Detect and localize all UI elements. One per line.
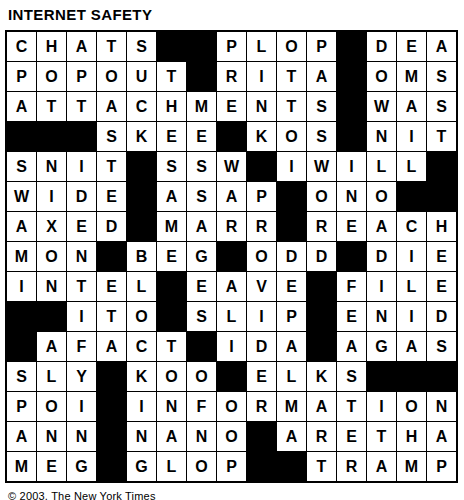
letter-cell-r2c10[interactable]: T	[277, 62, 306, 91]
letter-cell-r7c14[interactable]: C	[397, 212, 426, 241]
letter-cell-r1c10[interactable]: O	[277, 32, 306, 61]
letter-cell-r6c9[interactable]: P	[247, 182, 276, 211]
letter-cell-r8c6[interactable]: E	[157, 242, 186, 271]
block-cell-r6c14	[397, 182, 426, 211]
letter-cell-r2c5[interactable]: U	[127, 62, 156, 91]
letter-cell-r2c9[interactable]: I	[247, 62, 276, 91]
letter-cell-r1c3[interactable]: A	[67, 32, 96, 61]
letter-cell-r12c6[interactable]: O	[157, 362, 186, 391]
block-cell-r10c11	[307, 302, 336, 331]
crossword-page: INTERNET SAFETY CHATSPLOPDEAPOPOUTRITAOM…	[0, 0, 464, 500]
letter-cell-r4c4[interactable]: S	[97, 122, 126, 151]
letter-cell-r3c2[interactable]: T	[37, 92, 66, 121]
letter-cell-r15c11[interactable]: T	[307, 452, 336, 481]
letter-cell-r3c5[interactable]: C	[127, 92, 156, 121]
letter-cell-r5c7[interactable]: S	[187, 152, 216, 181]
letter-cell-r6c2[interactable]: I	[37, 182, 66, 211]
letter-cell-r2c13[interactable]: O	[367, 62, 396, 91]
letter-cell-r11c4[interactable]: A	[97, 332, 126, 361]
letter-cell-r15c7[interactable]: O	[187, 452, 216, 481]
crossword-grid: CHATSPLOPDEAPOPOUTRITAOMSATTACHMENTSWASS…	[5, 30, 458, 483]
block-cell-r2c7	[187, 62, 216, 91]
letter-cell-r11c6[interactable]: T	[157, 332, 186, 361]
letter-cell-r6c13[interactable]: O	[367, 182, 396, 211]
block-cell-r13c4	[97, 392, 126, 421]
block-cell-r15c9	[247, 452, 276, 481]
letter-cell-r12c9[interactable]: E	[247, 362, 276, 391]
letter-cell-r6c12[interactable]: N	[337, 182, 366, 211]
letter-cell-r3c6[interactable]: H	[157, 92, 186, 121]
block-cell-r6c15	[427, 182, 456, 211]
letter-cell-r11c9[interactable]: D	[247, 332, 276, 361]
letter-cell-r5c3[interactable]: I	[67, 152, 96, 181]
letter-cell-r3c10[interactable]: T	[277, 92, 306, 121]
block-cell-r8c8	[217, 242, 246, 271]
letter-cell-r14c11[interactable]: R	[307, 422, 336, 451]
letter-cell-r9c8[interactable]: A	[217, 272, 246, 301]
letter-cell-r13c11[interactable]: A	[307, 392, 336, 421]
letter-cell-r10c10[interactable]: P	[277, 302, 306, 331]
letter-cell-r7c7[interactable]: A	[187, 212, 216, 241]
block-cell-r4c2	[37, 122, 66, 151]
letter-cell-r14c10[interactable]: A	[277, 422, 306, 451]
block-cell-r11c11	[307, 332, 336, 361]
letter-cell-r11c14[interactable]: A	[397, 332, 426, 361]
letter-cell-r14c2[interactable]: N	[37, 422, 66, 451]
letter-cell-r2c2[interactable]: O	[37, 62, 66, 91]
letter-cell-r8c13[interactable]: D	[367, 242, 396, 271]
letter-cell-r9c15[interactable]: E	[427, 272, 456, 301]
letter-cell-r9c10[interactable]: E	[277, 272, 306, 301]
block-cell-r1c12	[337, 32, 366, 61]
letter-cell-r12c1[interactable]: S	[7, 362, 36, 391]
letter-cell-r13c9[interactable]: R	[247, 392, 276, 421]
letter-cell-r7c1[interactable]: A	[7, 212, 36, 241]
block-cell-r1c6	[157, 32, 186, 61]
block-cell-r9c11	[307, 272, 336, 301]
block-cell-r8c12	[337, 242, 366, 271]
letter-cell-r1c2[interactable]: H	[37, 32, 66, 61]
block-cell-r4c8	[217, 122, 246, 151]
block-cell-r12c15	[427, 362, 456, 391]
letter-cell-r4c11[interactable]: S	[307, 122, 336, 151]
puzzle-title: INTERNET SAFETY	[8, 6, 464, 24]
block-cell-r11c1	[7, 332, 36, 361]
letter-cell-r10c15[interactable]: D	[427, 302, 456, 331]
letter-cell-r7c6[interactable]: M	[157, 212, 186, 241]
letter-cell-r11c10[interactable]: A	[277, 332, 306, 361]
block-cell-r5c9	[247, 152, 276, 181]
block-cell-r12c4	[97, 362, 126, 391]
letter-cell-r7c4[interactable]: D	[97, 212, 126, 241]
letter-cell-r6c8[interactable]: A	[217, 182, 246, 211]
letter-cell-r13c1[interactable]: P	[7, 392, 36, 421]
letter-cell-r5c4[interactable]: T	[97, 152, 126, 181]
letter-cell-r12c11[interactable]: K	[307, 362, 336, 391]
letter-cell-r3c14[interactable]: A	[397, 92, 426, 121]
letter-cell-r15c2[interactable]: E	[37, 452, 66, 481]
letter-cell-r1c1[interactable]: C	[7, 32, 36, 61]
letter-cell-r13c12[interactable]: T	[337, 392, 366, 421]
letter-cell-r8c15[interactable]: E	[427, 242, 456, 271]
letter-cell-r13c15[interactable]: N	[427, 392, 456, 421]
letter-cell-r14c3[interactable]: N	[67, 422, 96, 451]
letter-cell-r2c1[interactable]: P	[7, 62, 36, 91]
block-cell-r12c8	[217, 362, 246, 391]
letter-cell-r9c14[interactable]: L	[397, 272, 426, 301]
block-cell-r15c4	[97, 452, 126, 481]
letter-cell-r12c2[interactable]: L	[37, 362, 66, 391]
letter-cell-r8c10[interactable]: D	[277, 242, 306, 271]
letter-cell-r7c11[interactable]: R	[307, 212, 336, 241]
letter-cell-r7c9[interactable]: R	[247, 212, 276, 241]
letter-cell-r10c5[interactable]: O	[127, 302, 156, 331]
letter-cell-r7c8[interactable]: R	[217, 212, 246, 241]
block-cell-r12c14	[397, 362, 426, 391]
letter-cell-r9c4[interactable]: E	[97, 272, 126, 301]
letter-cell-r5c10[interactable]: I	[277, 152, 306, 181]
letter-cell-r11c3[interactable]: F	[67, 332, 96, 361]
block-cell-r6c10	[277, 182, 306, 211]
block-cell-r14c9	[247, 422, 276, 451]
letter-cell-r10c8[interactable]: L	[217, 302, 246, 331]
letter-cell-r10c12[interactable]: E	[337, 302, 366, 331]
letter-cell-r4c6[interactable]: E	[157, 122, 186, 151]
letter-cell-r1c14[interactable]: E	[397, 32, 426, 61]
letter-cell-r11c13[interactable]: G	[367, 332, 396, 361]
letter-cell-r7c2[interactable]: X	[37, 212, 66, 241]
letter-cell-r4c14[interactable]: I	[397, 122, 426, 151]
letter-cell-r5c8[interactable]: W	[217, 152, 246, 181]
letter-cell-r3c13[interactable]: W	[367, 92, 396, 121]
letter-cell-r10c13[interactable]: N	[367, 302, 396, 331]
letter-cell-r11c8[interactable]: I	[217, 332, 246, 361]
block-cell-r5c15	[427, 152, 456, 181]
letter-cell-r9c13[interactable]: I	[367, 272, 396, 301]
letter-cell-r2c14[interactable]: M	[397, 62, 426, 91]
letter-cell-r8c1[interactable]: M	[7, 242, 36, 271]
copyright-text: © 2003, The New York Times	[8, 490, 464, 500]
letter-cell-r15c13[interactable]: A	[367, 452, 396, 481]
block-cell-r10c6	[157, 302, 186, 331]
letter-cell-r9c2[interactable]: N	[37, 272, 66, 301]
letter-cell-r8c14[interactable]: I	[397, 242, 426, 271]
letter-cell-r2c8[interactable]: R	[217, 62, 246, 91]
block-cell-r4c3	[67, 122, 96, 151]
letter-cell-r7c12[interactable]: E	[337, 212, 366, 241]
letter-cell-r13c8[interactable]: O	[217, 392, 246, 421]
letter-cell-r14c7[interactable]: N	[187, 422, 216, 451]
letter-cell-r12c5[interactable]: K	[127, 362, 156, 391]
letter-cell-r10c14[interactable]: I	[397, 302, 426, 331]
letter-cell-r6c6[interactable]: A	[157, 182, 186, 211]
letter-cell-r14c14[interactable]: H	[397, 422, 426, 451]
letter-cell-r15c14[interactable]: M	[397, 452, 426, 481]
letter-cell-r9c1[interactable]: I	[7, 272, 36, 301]
letter-cell-r9c3[interactable]: T	[67, 272, 96, 301]
letter-cell-r8c2[interactable]: O	[37, 242, 66, 271]
letter-cell-r3c11[interactable]: S	[307, 92, 336, 121]
letter-cell-r15c8[interactable]: P	[217, 452, 246, 481]
letter-cell-r12c10[interactable]: L	[277, 362, 306, 391]
block-cell-r6c5	[127, 182, 156, 211]
letter-cell-r4c13[interactable]: N	[367, 122, 396, 151]
letter-cell-r10c9[interactable]: I	[247, 302, 276, 331]
letter-cell-r15c15[interactable]: P	[427, 452, 456, 481]
letter-cell-r7c3[interactable]: E	[67, 212, 96, 241]
letter-cell-r15c1[interactable]: M	[7, 452, 36, 481]
letter-cell-r12c7[interactable]: O	[187, 362, 216, 391]
letter-cell-r14c5[interactable]: N	[127, 422, 156, 451]
letter-cell-r14c6[interactable]: A	[157, 422, 186, 451]
letter-cell-r12c3[interactable]: Y	[67, 362, 96, 391]
letter-cell-r5c11[interactable]: W	[307, 152, 336, 181]
letter-cell-r8c7[interactable]: G	[187, 242, 216, 271]
letter-cell-r3c9[interactable]: N	[247, 92, 276, 121]
letter-cell-r3c8[interactable]: E	[217, 92, 246, 121]
letter-cell-r3c4[interactable]: A	[97, 92, 126, 121]
letter-cell-r15c5[interactable]: G	[127, 452, 156, 481]
letter-cell-r9c7[interactable]: E	[187, 272, 216, 301]
block-cell-r12c13	[367, 362, 396, 391]
letter-cell-r15c6[interactable]: L	[157, 452, 186, 481]
letter-cell-r3c15[interactable]: S	[427, 92, 456, 121]
letter-cell-r5c6[interactable]: S	[157, 152, 186, 181]
letter-cell-r13c14[interactable]: O	[397, 392, 426, 421]
letter-cell-r1c11[interactable]: P	[307, 32, 336, 61]
block-cell-r14c4	[97, 422, 126, 451]
letter-cell-r8c5[interactable]: B	[127, 242, 156, 271]
letter-cell-r10c4[interactable]: T	[97, 302, 126, 331]
block-cell-r8c4	[97, 242, 126, 271]
letter-cell-r3c3[interactable]: T	[67, 92, 96, 121]
letter-cell-r13c13[interactable]: I	[367, 392, 396, 421]
block-cell-r5c5	[127, 152, 156, 181]
letter-cell-r9c9[interactable]: V	[247, 272, 276, 301]
letter-cell-r15c3[interactable]: G	[67, 452, 96, 481]
block-cell-r10c2	[37, 302, 66, 331]
letter-cell-r8c3[interactable]: N	[67, 242, 96, 271]
block-cell-r9c6	[157, 272, 186, 301]
letter-cell-r11c15[interactable]: S	[427, 332, 456, 361]
letter-cell-r7c15[interactable]: H	[427, 212, 456, 241]
letter-cell-r13c5[interactable]: I	[127, 392, 156, 421]
letter-cell-r14c15[interactable]: A	[427, 422, 456, 451]
block-cell-r2c12	[337, 62, 366, 91]
block-cell-r10c1	[7, 302, 36, 331]
block-cell-r15c10	[277, 452, 306, 481]
letter-cell-r9c12[interactable]: F	[337, 272, 366, 301]
letter-cell-r8c9[interactable]: O	[247, 242, 276, 271]
letter-cell-r5c1[interactable]: S	[7, 152, 36, 181]
letter-cell-r6c11[interactable]: O	[307, 182, 336, 211]
letter-cell-r3c7[interactable]: M	[187, 92, 216, 121]
letter-cell-r13c2[interactable]: O	[37, 392, 66, 421]
letter-cell-r11c12[interactable]: A	[337, 332, 366, 361]
letter-cell-r13c3[interactable]: I	[67, 392, 96, 421]
letter-cell-r4c10[interactable]: O	[277, 122, 306, 151]
letter-cell-r11c2[interactable]: A	[37, 332, 66, 361]
letter-cell-r11c5[interactable]: C	[127, 332, 156, 361]
letter-cell-r1c8[interactable]: P	[217, 32, 246, 61]
letter-cell-r4c15[interactable]: T	[427, 122, 456, 151]
letter-cell-r1c9[interactable]: L	[247, 32, 276, 61]
letter-cell-r1c5[interactable]: S	[127, 32, 156, 61]
letter-cell-r3c1[interactable]: A	[7, 92, 36, 121]
letter-cell-r5c12[interactable]: I	[337, 152, 366, 181]
letter-cell-r10c3[interactable]: I	[67, 302, 96, 331]
block-cell-r11c7	[187, 332, 216, 361]
letter-cell-r2c11[interactable]: A	[307, 62, 336, 91]
letter-cell-r6c3[interactable]: D	[67, 182, 96, 211]
letter-cell-r8c11[interactable]: D	[307, 242, 336, 271]
letter-cell-r5c14[interactable]: L	[397, 152, 426, 181]
letter-cell-r6c4[interactable]: E	[97, 182, 126, 211]
letter-cell-r14c8[interactable]: O	[217, 422, 246, 451]
letter-cell-r13c7[interactable]: F	[187, 392, 216, 421]
letter-cell-r9c5[interactable]: L	[127, 272, 156, 301]
letter-cell-r10c7[interactable]: S	[187, 302, 216, 331]
block-cell-r4c1	[7, 122, 36, 151]
block-cell-r1c7	[187, 32, 216, 61]
letter-cell-r5c13[interactable]: L	[367, 152, 396, 181]
block-cell-r7c10	[277, 212, 306, 241]
letter-cell-r1c13[interactable]: D	[367, 32, 396, 61]
letter-cell-r2c3[interactable]: P	[67, 62, 96, 91]
letter-cell-r15c12[interactable]: R	[337, 452, 366, 481]
letter-cell-r1c15[interactable]: A	[427, 32, 456, 61]
letter-cell-r14c13[interactable]: T	[367, 422, 396, 451]
letter-cell-r4c7[interactable]: E	[187, 122, 216, 151]
letter-cell-r6c7[interactable]: S	[187, 182, 216, 211]
block-cell-r4c12	[337, 122, 366, 151]
letter-cell-r13c10[interactable]: M	[277, 392, 306, 421]
block-cell-r7c5	[127, 212, 156, 241]
letter-cell-r12c12[interactable]: S	[337, 362, 366, 391]
block-cell-r3c12	[337, 92, 366, 121]
letter-cell-r1c4[interactable]: T	[97, 32, 126, 61]
letter-cell-r4c5[interactable]: K	[127, 122, 156, 151]
letter-cell-r14c12[interactable]: E	[337, 422, 366, 451]
letter-cell-r13c6[interactable]: N	[157, 392, 186, 421]
letter-cell-r2c4[interactable]: O	[97, 62, 126, 91]
letter-cell-r5c2[interactable]: N	[37, 152, 66, 181]
letter-cell-r2c6[interactable]: T	[157, 62, 186, 91]
letter-cell-r2c15[interactable]: S	[427, 62, 456, 91]
letter-cell-r6c1[interactable]: W	[7, 182, 36, 211]
letter-cell-r7c13[interactable]: A	[367, 212, 396, 241]
letter-cell-r4c9[interactable]: K	[247, 122, 276, 151]
letter-cell-r14c1[interactable]: A	[7, 422, 36, 451]
